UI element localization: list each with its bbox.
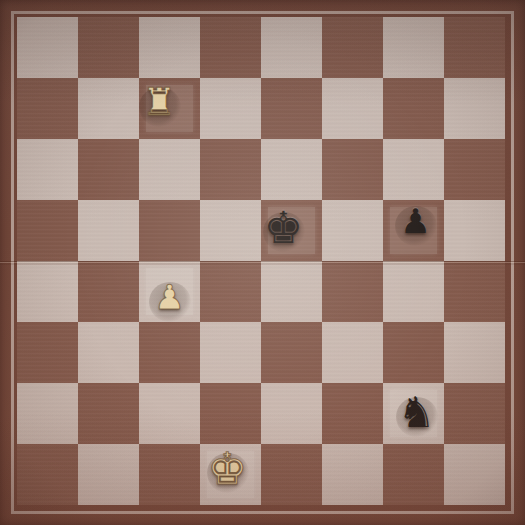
black-king-glyph: ♚: [253, 197, 314, 258]
white-pawn-glyph: ♟: [139, 267, 200, 328]
white-pawn-c4: ♟: [139, 261, 200, 322]
white-rook-c7: ♜: [139, 78, 200, 139]
white-king-d1: ♚: [200, 444, 261, 505]
black-pawn-g5: ♟: [383, 200, 444, 261]
black-knight-g2: ♞: [383, 383, 444, 444]
black-pawn-glyph: ♟: [385, 191, 446, 252]
white-rook-glyph: ♜: [129, 72, 190, 133]
chessboard-photo: ♜♚♟♟♞♚: [0, 0, 525, 525]
white-king-glyph: ♚: [197, 438, 258, 499]
black-king-e5: ♚: [261, 200, 322, 261]
black-knight-glyph: ♞: [386, 382, 447, 443]
pieces-layer: ♜♚♟♟♞♚: [0, 0, 525, 525]
